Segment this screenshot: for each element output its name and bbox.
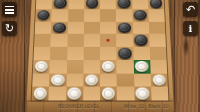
board-square[interactable] — [116, 0, 132, 9]
hamburger-icon — [5, 6, 14, 14]
black-piece[interactable] — [54, 0, 67, 8]
info-button[interactable]: i — [183, 21, 198, 36]
white-piece[interactable] — [33, 88, 47, 100]
board-square[interactable] — [83, 73, 100, 87]
board-square[interactable] — [100, 73, 117, 87]
white-count: White: 10 — [124, 104, 145, 109]
board-square[interactable] — [133, 47, 150, 60]
board-square[interactable] — [134, 87, 151, 101]
board-square[interactable] — [149, 21, 166, 34]
board-square[interactable] — [50, 60, 67, 73]
board-square[interactable] — [33, 47, 50, 60]
white-piece[interactable] — [68, 88, 82, 100]
black-piece[interactable] — [118, 48, 131, 59]
board-square[interactable] — [68, 0, 84, 9]
board-square[interactable] — [100, 60, 117, 73]
board-square[interactable] — [83, 87, 100, 101]
board-square[interactable] — [66, 87, 83, 101]
undo-icon: ↶ — [186, 4, 195, 15]
board-square[interactable] — [132, 9, 148, 21]
board-square[interactable] — [132, 21, 149, 34]
white-piece[interactable] — [35, 61, 49, 72]
restart-icon: ↻ — [5, 23, 14, 34]
board-square[interactable] — [84, 9, 100, 21]
reset-button[interactable]: ↻ — [2, 21, 17, 36]
white-piece[interactable] — [102, 61, 115, 72]
board-square[interactable] — [116, 47, 133, 60]
board-square[interactable] — [67, 47, 84, 60]
board-square[interactable] — [100, 47, 117, 60]
board-square[interactable] — [52, 0, 68, 9]
black-count: Black: 10 — [148, 104, 168, 109]
board-square[interactable] — [50, 47, 67, 60]
black-piece[interactable] — [134, 10, 147, 20]
board-square[interactable] — [32, 87, 50, 101]
board-square[interactable] — [66, 73, 83, 87]
board-square[interactable] — [100, 87, 117, 101]
black-piece[interactable] — [134, 35, 147, 46]
board-square[interactable] — [35, 9, 52, 21]
board-square[interactable] — [33, 60, 50, 73]
board-square[interactable] — [149, 47, 166, 60]
black-piece[interactable] — [118, 0, 131, 8]
board-square[interactable] — [116, 34, 133, 47]
board-square[interactable] — [116, 9, 132, 21]
board-square[interactable] — [34, 34, 51, 47]
board-square[interactable] — [100, 21, 116, 34]
white-piece[interactable] — [135, 61, 148, 72]
black-piece[interactable] — [118, 22, 131, 33]
move-marker-dot — [107, 39, 110, 42]
white-piece[interactable] — [152, 74, 166, 85]
board-square[interactable] — [68, 9, 84, 21]
piece-counts: White: 10 Black: 10 — [124, 104, 169, 109]
board-square[interactable] — [51, 21, 68, 34]
board-square[interactable] — [66, 60, 83, 73]
board-square[interactable] — [151, 87, 169, 101]
board-square[interactable] — [116, 21, 132, 34]
white-piece[interactable] — [102, 88, 115, 100]
menu-button[interactable] — [2, 2, 17, 17]
board-square[interactable] — [49, 73, 66, 87]
undo-button[interactable]: ↶ — [183, 2, 198, 17]
board-square[interactable] — [100, 0, 116, 9]
board-square[interactable] — [117, 73, 134, 87]
board-square[interactable] — [117, 87, 134, 101]
board-square[interactable] — [150, 73, 167, 87]
checkers-board-frame: BEGINNER LEVEL White: 10 Black: 10 — [25, 0, 175, 112]
board-square[interactable] — [150, 60, 167, 73]
board-square[interactable] — [117, 60, 134, 73]
board-square[interactable] — [149, 34, 166, 47]
board-square[interactable] — [51, 9, 67, 21]
board-square[interactable] — [35, 21, 52, 34]
board-square[interactable] — [83, 47, 100, 60]
board-square[interactable] — [84, 21, 100, 34]
board-square[interactable] — [51, 34, 68, 47]
white-piece[interactable] — [51, 74, 65, 85]
level-label: BEGINNER LEVEL — [58, 104, 99, 109]
checkers-board[interactable] — [32, 0, 169, 101]
info-icon: i — [189, 24, 193, 34]
black-piece[interactable] — [149, 0, 162, 8]
board-square[interactable] — [133, 34, 150, 47]
board-square[interactable] — [134, 73, 151, 87]
black-piece[interactable] — [86, 0, 99, 8]
black-piece[interactable] — [37, 10, 50, 20]
board-square[interactable] — [100, 34, 116, 47]
board-status-rail: BEGINNER LEVEL White: 10 Black: 10 — [26, 101, 174, 112]
board-square[interactable] — [84, 34, 100, 47]
board-square[interactable] — [67, 34, 84, 47]
board-square[interactable] — [49, 87, 66, 101]
board-square[interactable] — [83, 60, 100, 73]
board-square[interactable] — [132, 0, 148, 9]
board-square[interactable] — [36, 0, 52, 9]
white-piece[interactable] — [85, 74, 98, 85]
board-square[interactable] — [84, 0, 100, 9]
board-square[interactable] — [148, 0, 164, 9]
board-square[interactable] — [32, 73, 49, 87]
board-square[interactable] — [133, 60, 150, 73]
white-piece[interactable] — [136, 88, 150, 100]
board-square[interactable] — [100, 9, 116, 21]
board-square[interactable] — [67, 21, 83, 34]
black-piece[interactable] — [53, 22, 66, 33]
board-square[interactable] — [148, 9, 165, 21]
